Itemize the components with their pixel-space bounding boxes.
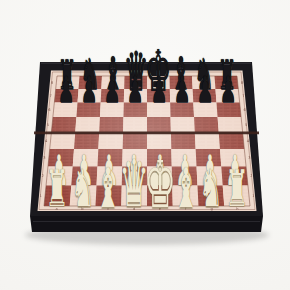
- chess-set-photo-scene: aabbccddeeffgghh8877665544332211 ♜♞♝♛♚♝♞…: [0, 0, 290, 290]
- piece-white-r-a1[interactable]: ♜: [45, 164, 68, 214]
- rank-label-right-2: 2: [250, 174, 252, 178]
- piece-black-p-c7[interactable]: ♟: [104, 72, 121, 108]
- piece-black-p-a7[interactable]: ♟: [58, 72, 75, 108]
- piece-white-n-g1[interactable]: ♞: [199, 163, 223, 215]
- piece-white-b-c1[interactable]: ♝: [96, 160, 122, 215]
- piece-black-p-e7[interactable]: ♟: [150, 72, 167, 108]
- piece-white-n-b1[interactable]: ♞: [71, 163, 95, 215]
- piece-black-p-h7[interactable]: ♟: [220, 72, 237, 108]
- rank-label-right-3: 3: [248, 156, 250, 160]
- rank-label-left-1: 1: [40, 194, 42, 198]
- rank-label-right-5: 5: [245, 123, 247, 127]
- rank-label-right-1: 1: [252, 194, 254, 198]
- piece-white-k-e1[interactable]: ♚: [144, 150, 176, 218]
- fold-seam: [34, 132, 259, 135]
- rank-label-right-7: 7: [242, 94, 244, 98]
- rank-label-left-7: 7: [50, 94, 52, 98]
- rank-label-left-5: 5: [47, 123, 49, 127]
- piece-white-r-h1[interactable]: ♜: [225, 164, 248, 214]
- piece-black-p-f7[interactable]: ♟: [173, 72, 190, 108]
- piece-black-p-d7[interactable]: ♟: [127, 72, 144, 108]
- piece-black-p-b7[interactable]: ♟: [81, 72, 98, 108]
- rank-label-left-2: 2: [42, 174, 44, 178]
- piece-black-p-g7[interactable]: ♟: [196, 72, 213, 108]
- piece-white-b-f1[interactable]: ♝: [173, 160, 199, 215]
